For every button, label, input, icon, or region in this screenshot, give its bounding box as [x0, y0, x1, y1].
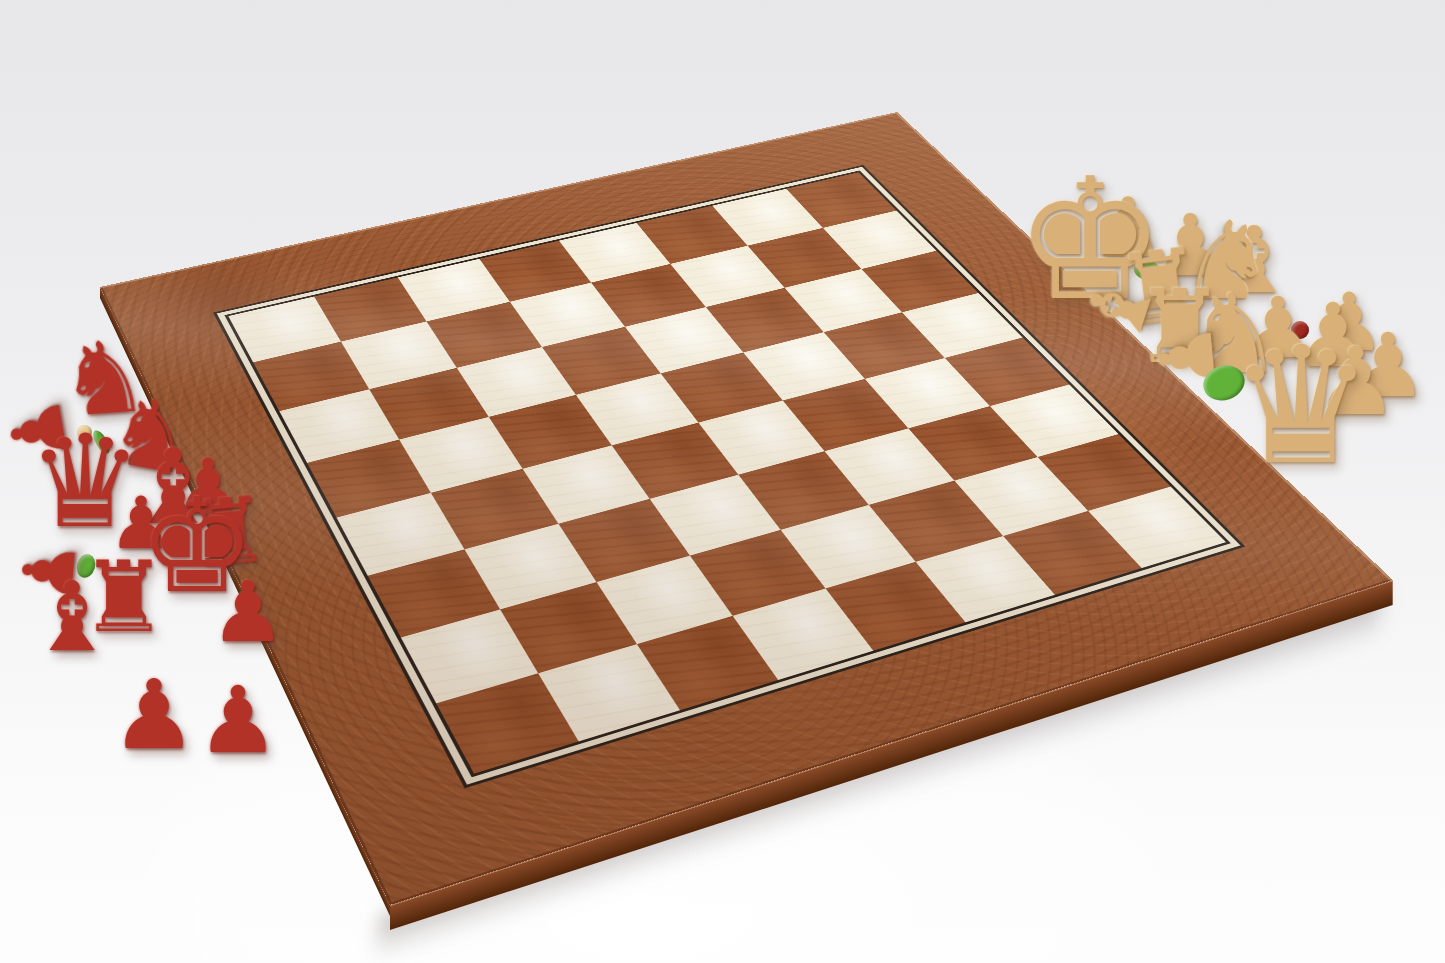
- piece-red-bishop[interactable]: ♝: [29, 569, 115, 665]
- chess-board-photo-scene: ♞♟♞♛♝♟♜♟♚♟♜♟♝♟♟♚♟♟♞♝♜♝♜♞♟♛♟♟♟♟♟: [0, 0, 1445, 963]
- piece-red-pawn[interactable]: ♟: [210, 570, 285, 654]
- piece-red-pawn[interactable]: ♟: [111, 667, 197, 763]
- piece-red-pawn[interactable]: ♟: [197, 675, 279, 767]
- pieces-layer: ♞♟♞♛♝♟♜♟♚♟♜♟♝♟♟♚♟♟♞♝♜♝♜♞♟♛♟♟♟♟♟: [0, 0, 1445, 963]
- piece-boxwood-queen[interactable]: ♛: [1228, 325, 1373, 487]
